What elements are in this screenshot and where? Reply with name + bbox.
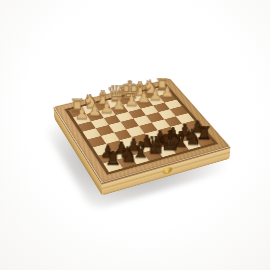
- piece-black-rook: ♜: [104, 151, 121, 166]
- piece-black-pawn: ♟: [126, 137, 143, 150]
- piece-black-queen: ♛: [145, 135, 162, 154]
- piece-black-pawn: ♟: [139, 134, 156, 147]
- scene: ♜♞♝♛♚♝♞♜♟♟♟♟♟♟♟♟♟♟♟♟♟♟♟♟♜♞♝♛♚♝♞♜: [0, 0, 270, 270]
- piece-black-knight: ♞: [118, 146, 135, 162]
- piece-black-knight: ♞: [183, 128, 200, 144]
- piece-black-pawn: ♟: [112, 141, 129, 154]
- clasp-icon: [163, 166, 172, 175]
- clasp-knob: [166, 171, 169, 174]
- piece-black-pawn: ♟: [99, 144, 116, 157]
- chess-board: ♜♞♝♛♚♝♞♜♟♟♟♟♟♟♟♟♟♟♟♟♟♟♟♟♜♞♝♛♚♝♞♜: [53, 78, 230, 183]
- piece-black-king: ♚: [158, 130, 175, 151]
- piece-black-bishop: ♝: [171, 131, 188, 148]
- piece-black-bishop: ♝: [131, 141, 148, 158]
- piece-black-rook: ♜: [196, 126, 212, 140]
- product-photo-chess-set: ♜♞♝♛♚♝♞♜♟♟♟♟♟♟♟♟♟♟♟♟♟♟♟♟♜♞♝♛♚♝♞♜: [0, 0, 270, 270]
- piece-black-pawn: ♟: [152, 130, 168, 143]
- piece-black-pawn: ♟: [164, 127, 180, 140]
